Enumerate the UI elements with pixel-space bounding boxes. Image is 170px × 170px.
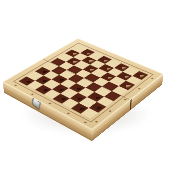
piece-body xyxy=(121,81,132,87)
inlay-dot xyxy=(138,88,140,89)
piece-body xyxy=(90,92,101,99)
inlay-dot xyxy=(96,121,99,123)
inlay-dot xyxy=(67,113,69,115)
inlay-dot xyxy=(31,94,33,95)
inlay-dot xyxy=(152,78,154,79)
inlay-dot xyxy=(14,85,16,86)
piece-body xyxy=(103,73,113,79)
inlay-dot xyxy=(48,103,50,104)
latch[interactable] xyxy=(32,96,41,109)
inlay-dot xyxy=(84,122,87,124)
inlay-dot xyxy=(109,110,111,112)
inlay-dot xyxy=(124,99,126,100)
fold-gap xyxy=(130,99,132,111)
square-e1[interactable] xyxy=(53,93,70,103)
product-photo xyxy=(0,0,170,170)
